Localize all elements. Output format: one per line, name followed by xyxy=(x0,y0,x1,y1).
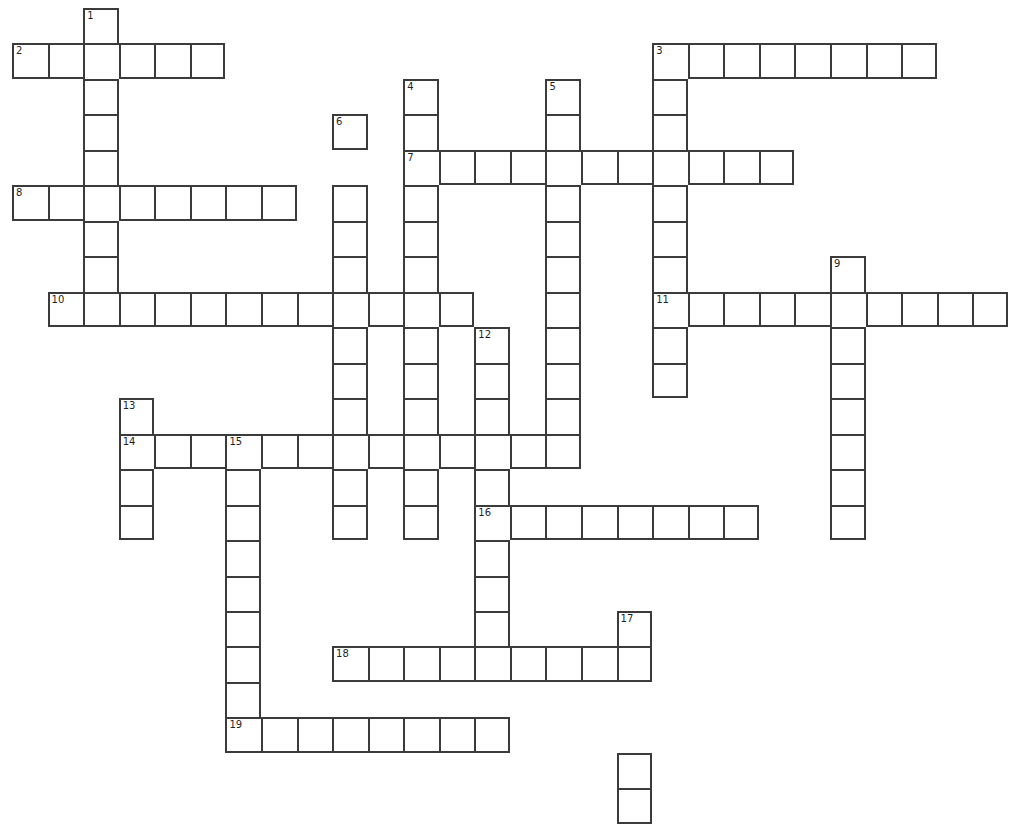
cell-r8c19[interactable] xyxy=(688,292,724,327)
cell-r18c14[interactable] xyxy=(510,646,546,681)
cell-r6c15[interactable] xyxy=(545,221,581,256)
cell-r14c13[interactable]: 16 xyxy=(474,505,510,540)
cell-r4c16[interactable] xyxy=(581,150,617,185)
cell-r8c23[interactable] xyxy=(830,292,866,327)
cell-r20c13[interactable] xyxy=(474,717,510,752)
cell-r1c22[interactable] xyxy=(794,43,830,78)
cell-r12c15[interactable] xyxy=(545,434,581,469)
cell-r8c1[interactable]: 10 xyxy=(48,292,84,327)
cell-r14c11[interactable] xyxy=(403,505,439,540)
cell-r12c23[interactable] xyxy=(830,434,866,469)
cell-r8c24[interactable] xyxy=(866,292,902,327)
clue-number: 16 xyxy=(478,507,491,518)
cell-r8c20[interactable] xyxy=(723,292,759,327)
cell-r13c6[interactable] xyxy=(225,469,261,504)
cell-r4c12[interactable] xyxy=(439,150,475,185)
cell-r5c15[interactable] xyxy=(545,185,581,220)
cell-r14c17[interactable] xyxy=(617,505,653,540)
cell-r14c23[interactable] xyxy=(830,505,866,540)
cell-r8c6[interactable] xyxy=(225,292,261,327)
cell-r8c10[interactable] xyxy=(368,292,404,327)
cell-r20c11[interactable] xyxy=(403,717,439,752)
cell-r12c8[interactable] xyxy=(297,434,333,469)
cell-r7c2[interactable] xyxy=(83,256,119,291)
cell-r18c6[interactable] xyxy=(225,646,261,681)
clue-number: 8 xyxy=(16,187,22,198)
cell-r15c13[interactable] xyxy=(474,540,510,575)
cell-r16c13[interactable] xyxy=(474,576,510,611)
clue-number: 13 xyxy=(123,400,136,411)
cell-r18c15[interactable] xyxy=(545,646,581,681)
clue-number: 11 xyxy=(656,294,669,305)
cell-r1c4[interactable] xyxy=(154,43,190,78)
clue-number: 17 xyxy=(621,613,634,624)
clue-number: 1 xyxy=(87,10,93,21)
cell-r7c18[interactable] xyxy=(652,256,688,291)
cell-r11c13[interactable] xyxy=(474,398,510,433)
cell-r10c18[interactable] xyxy=(652,363,688,398)
cell-r4c21[interactable] xyxy=(759,150,795,185)
clue-number: 14 xyxy=(123,436,136,447)
cell-r12c6[interactable]: 15 xyxy=(225,434,261,469)
cell-r1c1[interactable] xyxy=(48,43,84,78)
cell-r12c13[interactable] xyxy=(474,434,510,469)
cell-r11c23[interactable] xyxy=(830,398,866,433)
cell-r13c11[interactable] xyxy=(403,469,439,504)
cell-r11c3[interactable]: 13 xyxy=(119,398,155,433)
cell-r5c7[interactable] xyxy=(261,185,297,220)
cell-r13c13[interactable] xyxy=(474,469,510,504)
cell-r3c18[interactable] xyxy=(652,114,688,149)
cell-r9c15[interactable] xyxy=(545,327,581,362)
cell-r1c25[interactable] xyxy=(901,43,937,78)
cell-r10c9[interactable] xyxy=(332,363,368,398)
cell-r4c19[interactable] xyxy=(688,150,724,185)
cell-r8c3[interactable] xyxy=(119,292,155,327)
cell-r12c10[interactable] xyxy=(368,434,404,469)
cell-r12c4[interactable] xyxy=(154,434,190,469)
clue-number: 18 xyxy=(336,648,349,659)
cell-r8c2[interactable] xyxy=(83,292,119,327)
cell-r12c11[interactable] xyxy=(403,434,439,469)
cell-r1c2[interactable] xyxy=(83,43,119,78)
cell-r2c11[interactable]: 4 xyxy=(403,79,439,114)
cell-r3c15[interactable] xyxy=(545,114,581,149)
cell-r2c18[interactable] xyxy=(652,79,688,114)
cell-r5c6[interactable] xyxy=(225,185,261,220)
cell-r20c9[interactable] xyxy=(332,717,368,752)
cell-r18c11[interactable] xyxy=(403,646,439,681)
cell-r12c3[interactable]: 14 xyxy=(119,434,155,469)
cell-r5c9[interactable] xyxy=(332,185,368,220)
cell-r13c3[interactable] xyxy=(119,469,155,504)
cell-r7c23[interactable]: 9 xyxy=(830,256,866,291)
clue-number: 2 xyxy=(16,45,22,56)
cell-r6c11[interactable] xyxy=(403,221,439,256)
cell-r8c15[interactable] xyxy=(545,292,581,327)
cell-r9c11[interactable] xyxy=(403,327,439,362)
cell-r10c15[interactable] xyxy=(545,363,581,398)
cell-r3c2[interactable] xyxy=(83,114,119,149)
cell-r11c11[interactable] xyxy=(403,398,439,433)
cell-r5c4[interactable] xyxy=(154,185,190,220)
cell-r12c7[interactable] xyxy=(261,434,297,469)
clue-number: 15 xyxy=(229,436,242,447)
cell-r4c20[interactable] xyxy=(723,150,759,185)
cell-r5c5[interactable] xyxy=(190,185,226,220)
cell-r1c24[interactable] xyxy=(866,43,902,78)
clue-number: 10 xyxy=(52,294,65,305)
cell-r8c25[interactable] xyxy=(901,292,937,327)
cell-r14c19[interactable] xyxy=(688,505,724,540)
cell-r14c16[interactable] xyxy=(581,505,617,540)
clue-number: 7 xyxy=(407,152,413,163)
cell-r18c12[interactable] xyxy=(439,646,475,681)
cell-r18c9[interactable]: 18 xyxy=(332,646,368,681)
cell-r1c19[interactable] xyxy=(688,43,724,78)
clue-number: 4 xyxy=(407,81,413,92)
cell-r8c22[interactable] xyxy=(794,292,830,327)
cell-r5c1[interactable] xyxy=(48,185,84,220)
cell-r20c8[interactable] xyxy=(297,717,333,752)
cell-r9c9[interactable] xyxy=(332,327,368,362)
cell-r0c2[interactable]: 1 xyxy=(83,8,119,43)
clue-number: 19 xyxy=(229,719,242,730)
cell-r1c5[interactable] xyxy=(190,43,226,78)
cell-r6c18[interactable] xyxy=(652,221,688,256)
clue-number: 9 xyxy=(834,258,840,269)
cell-r9c23[interactable] xyxy=(830,327,866,362)
cell-r20c6[interactable]: 19 xyxy=(225,717,261,752)
cell-r1c20[interactable] xyxy=(723,43,759,78)
cell-r14c3[interactable] xyxy=(119,505,155,540)
cell-r17c6[interactable] xyxy=(225,611,261,646)
cell-r13c23[interactable] xyxy=(830,469,866,504)
cell-r1c18[interactable]: 3 xyxy=(652,43,688,78)
cell-r1c23[interactable] xyxy=(830,43,866,78)
cell-r20c7[interactable] xyxy=(261,717,297,752)
cell-r8c8[interactable] xyxy=(297,292,333,327)
cell-r6c2[interactable] xyxy=(83,221,119,256)
crossword-grid: 12345678910111213141516171819 xyxy=(12,8,1008,824)
cell-r3c11[interactable] xyxy=(403,114,439,149)
cell-r5c18[interactable] xyxy=(652,185,688,220)
cell-r18c17[interactable] xyxy=(617,646,653,681)
cell-r14c6[interactable] xyxy=(225,505,261,540)
cell-r1c3[interactable] xyxy=(119,43,155,78)
cell-r20c10[interactable] xyxy=(368,717,404,752)
cell-r7c11[interactable] xyxy=(403,256,439,291)
cell-r10c23[interactable] xyxy=(830,363,866,398)
clue-number: 5 xyxy=(549,81,555,92)
cell-r12c9[interactable] xyxy=(332,434,368,469)
cell-r19c6[interactable] xyxy=(225,682,261,717)
cell-r17c17[interactable]: 17 xyxy=(617,611,653,646)
cell-r12c12[interactable] xyxy=(439,434,475,469)
cell-r9c13[interactable]: 12 xyxy=(474,327,510,362)
cell-r4c14[interactable] xyxy=(510,150,546,185)
cell-r4c2[interactable] xyxy=(83,150,119,185)
cell-r8c4[interactable] xyxy=(154,292,190,327)
cell-r11c15[interactable] xyxy=(545,398,581,433)
cell-r11c9[interactable] xyxy=(332,398,368,433)
cell-r14c9[interactable] xyxy=(332,505,368,540)
cell-r4c18[interactable] xyxy=(652,150,688,185)
cell-r8c7[interactable] xyxy=(261,292,297,327)
cell-r8c21[interactable] xyxy=(759,292,795,327)
clue-number: 12 xyxy=(478,329,491,340)
cell-r13c9[interactable] xyxy=(332,469,368,504)
cell-r2c15[interactable]: 5 xyxy=(545,79,581,114)
cell-r8c18[interactable]: 11 xyxy=(652,292,688,327)
cell-r17c13[interactable] xyxy=(474,611,510,646)
cell-r21c17[interactable] xyxy=(617,753,653,788)
clue-number: 6 xyxy=(336,116,342,127)
cell-r8c9[interactable] xyxy=(332,292,368,327)
cell-r4c11[interactable]: 7 xyxy=(403,150,439,185)
cell-r10c13[interactable] xyxy=(474,363,510,398)
cell-r12c5[interactable] xyxy=(190,434,226,469)
cell-r8c27[interactable] xyxy=(972,292,1008,327)
cell-r4c15[interactable] xyxy=(545,150,581,185)
cell-r4c17[interactable] xyxy=(617,150,653,185)
cell-r5c11[interactable] xyxy=(403,185,439,220)
cell-r7c9[interactable] xyxy=(332,256,368,291)
cell-r6c9[interactable] xyxy=(332,221,368,256)
cell-r1c21[interactable] xyxy=(759,43,795,78)
clue-number: 3 xyxy=(656,45,662,56)
cell-r5c0[interactable]: 8 xyxy=(12,185,48,220)
cell-r14c20[interactable] xyxy=(723,505,759,540)
cell-r8c12[interactable] xyxy=(439,292,475,327)
cell-r8c11[interactable] xyxy=(403,292,439,327)
cell-r22c17[interactable] xyxy=(617,788,653,823)
cell-r8c26[interactable] xyxy=(937,292,973,327)
cell-r3c9[interactable]: 6 xyxy=(332,114,368,149)
cell-r14c14[interactable] xyxy=(510,505,546,540)
cell-r5c3[interactable] xyxy=(119,185,155,220)
cell-r2c2[interactable] xyxy=(83,79,119,114)
cell-r20c12[interactable] xyxy=(439,717,475,752)
cell-r7c15[interactable] xyxy=(545,256,581,291)
cell-r4c13[interactable] xyxy=(474,150,510,185)
cell-r8c5[interactable] xyxy=(190,292,226,327)
cell-r18c13[interactable] xyxy=(474,646,510,681)
cell-r12c14[interactable] xyxy=(510,434,546,469)
cell-r15c6[interactable] xyxy=(225,540,261,575)
cell-r1c0[interactable]: 2 xyxy=(12,43,48,78)
cell-r18c10[interactable] xyxy=(368,646,404,681)
cell-r5c2[interactable] xyxy=(83,185,119,220)
cell-r16c6[interactable] xyxy=(225,576,261,611)
cell-r9c18[interactable] xyxy=(652,327,688,362)
cell-r14c18[interactable] xyxy=(652,505,688,540)
cell-r10c11[interactable] xyxy=(403,363,439,398)
cell-r14c15[interactable] xyxy=(545,505,581,540)
cell-r18c16[interactable] xyxy=(581,646,617,681)
